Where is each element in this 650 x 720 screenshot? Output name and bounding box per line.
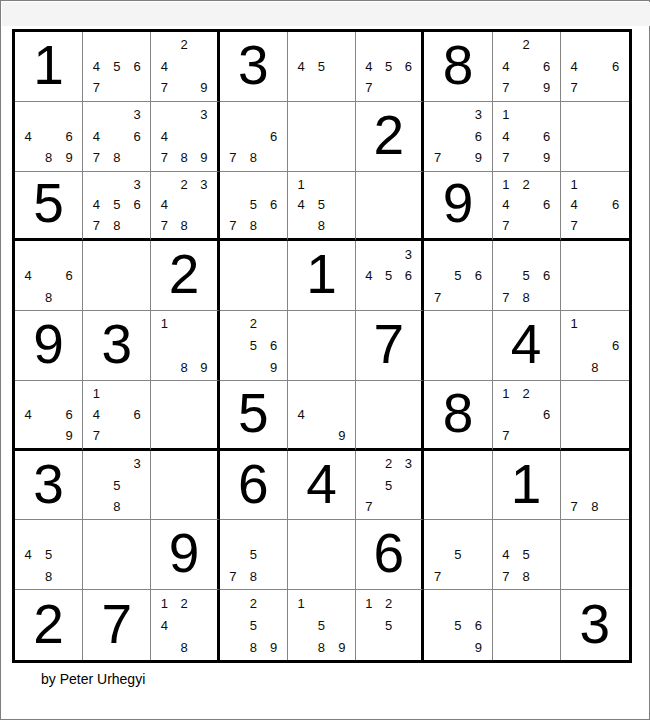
candidate-empty — [223, 313, 243, 335]
candidate-empty — [311, 522, 331, 544]
candidate-8: 8 — [174, 636, 194, 658]
candidate-empty — [174, 313, 194, 335]
cell-r2c2[interactable]: 34678 — [83, 102, 151, 172]
candidate-6: 6 — [263, 194, 283, 215]
candidate-empty — [174, 56, 194, 78]
pencil-marks: 14679 — [496, 104, 557, 169]
cell-r7c7[interactable] — [424, 451, 492, 521]
candidate-7: 7 — [427, 287, 447, 309]
candidate-empty — [359, 453, 379, 475]
cell-r1c7[interactable]: 8 — [424, 32, 492, 102]
candidate-empty — [585, 313, 606, 335]
candidate-empty — [174, 614, 194, 636]
candidate-9: 9 — [263, 356, 283, 378]
given-digit: 2 — [33, 597, 64, 652]
candidate-4: 4 — [359, 265, 379, 287]
candidate-empty — [399, 404, 419, 425]
candidate-empty — [448, 453, 468, 475]
candidate-5: 5 — [243, 614, 263, 636]
pencil-marks — [223, 243, 284, 308]
candidate-empty — [194, 383, 214, 404]
given-digit: 6 — [373, 526, 404, 581]
candidate-empty — [516, 614, 536, 636]
candidate-empty — [291, 636, 311, 658]
candidate-empty — [536, 104, 556, 126]
candidate-empty — [243, 125, 263, 147]
cell-r2c6[interactable]: 2 — [356, 102, 424, 172]
candidate-empty — [379, 636, 399, 658]
pencil-marks: 2479 — [154, 34, 213, 99]
candidate-empty — [154, 474, 174, 496]
candidate-empty — [536, 614, 556, 636]
candidate-empty — [311, 592, 331, 614]
candidate-5: 5 — [243, 544, 263, 566]
candidate-empty — [585, 215, 606, 236]
candidate-5: 5 — [243, 194, 263, 215]
candidate-empty — [585, 77, 606, 99]
candidate-empty — [263, 566, 283, 588]
candidate-empty — [468, 356, 488, 378]
candidate-2: 2 — [174, 174, 194, 195]
candidate-empty — [86, 243, 106, 265]
candidate-empty — [605, 215, 626, 236]
cell-r5c8[interactable]: 4 — [493, 311, 561, 381]
candidate-5: 5 — [311, 56, 331, 78]
candidate-empty — [605, 356, 626, 378]
cell-r2c3[interactable]: 34789 — [151, 102, 219, 172]
cell-r7c4[interactable]: 6 — [220, 451, 288, 521]
candidate-8: 8 — [585, 496, 606, 518]
candidate-empty — [359, 383, 379, 404]
candidate-empty — [468, 496, 488, 518]
candidate-empty — [127, 566, 147, 588]
cell-r9c2[interactable]: 7 — [83, 590, 151, 660]
cell-r7c1[interactable]: 3 — [15, 451, 83, 521]
candidate-8: 8 — [585, 356, 606, 378]
candidate-empty — [332, 544, 352, 566]
candidate-empty — [311, 425, 331, 446]
cell-r8c2[interactable] — [83, 520, 151, 590]
candidate-empty — [263, 522, 283, 544]
candidate-empty — [448, 104, 468, 126]
candidate-empty — [332, 592, 352, 614]
candidate-4: 4 — [18, 404, 38, 425]
candidate-7: 7 — [86, 425, 106, 446]
cell-r7c9[interactable]: 78 — [561, 451, 629, 521]
candidate-empty — [332, 174, 352, 195]
candidate-empty — [399, 425, 419, 446]
candidate-empty — [59, 243, 79, 265]
cell-r8c6[interactable]: 6 — [356, 520, 424, 590]
candidate-empty — [399, 614, 419, 636]
candidate-empty — [516, 404, 536, 425]
candidate-empty — [154, 453, 174, 475]
candidate-empty — [107, 287, 127, 309]
cell-r4c2[interactable] — [83, 241, 151, 311]
candidate-9: 9 — [194, 147, 214, 169]
candidate-empty — [427, 243, 447, 265]
given-digit: 5 — [238, 386, 269, 441]
pencil-marks: 2569 — [223, 313, 284, 378]
candidate-8: 8 — [38, 147, 58, 169]
candidate-empty — [311, 77, 331, 99]
candidate-empty — [291, 125, 311, 147]
candidate-empty — [174, 425, 194, 446]
candidate-3: 3 — [127, 174, 147, 195]
cell-r6c6[interactable] — [356, 381, 424, 451]
candidate-empty — [332, 104, 352, 126]
pencil-marks — [154, 383, 213, 446]
candidate-7: 7 — [496, 287, 516, 309]
candidate-empty — [379, 383, 399, 404]
candidate-empty — [536, 243, 556, 265]
candidate-empty — [448, 287, 468, 309]
candidate-6: 6 — [263, 125, 283, 147]
cell-r2c4[interactable]: 678 — [220, 102, 288, 172]
cell-r1c1[interactable]: 1 — [15, 32, 83, 102]
cell-r2c5[interactable] — [288, 102, 356, 172]
candidate-empty — [291, 335, 311, 357]
cell-r8c9[interactable] — [561, 520, 629, 590]
candidate-empty — [564, 383, 585, 404]
given-digit: 7 — [102, 597, 133, 652]
cell-r3c2[interactable]: 345678 — [83, 172, 151, 242]
candidate-empty — [86, 265, 106, 287]
candidate-6: 6 — [605, 56, 626, 78]
candidate-empty — [332, 356, 352, 378]
cell-r5c9[interactable]: 168 — [561, 311, 629, 381]
cell-r5c5[interactable] — [288, 311, 356, 381]
candidate-4: 4 — [564, 56, 585, 78]
candidate-empty — [18, 104, 38, 126]
candidate-empty — [516, 215, 536, 236]
pencil-marks — [291, 522, 352, 587]
candidate-5: 5 — [107, 474, 127, 496]
candidate-empty — [291, 215, 311, 236]
given-digit: 9 — [169, 526, 200, 581]
candidate-empty — [564, 356, 585, 378]
cell-r8c8[interactable]: 4578 — [493, 520, 561, 590]
candidate-empty — [263, 265, 283, 287]
candidate-9: 9 — [194, 356, 214, 378]
candidate-empty — [496, 636, 516, 658]
cell-r6c9[interactable] — [561, 381, 629, 451]
candidate-6: 6 — [468, 125, 488, 147]
candidate-empty — [154, 496, 174, 518]
candidate-empty — [359, 404, 379, 425]
candidate-2: 2 — [243, 592, 263, 614]
candidate-empty — [427, 265, 447, 287]
candidate-empty — [291, 425, 311, 446]
cell-r6c3[interactable] — [151, 381, 219, 451]
pencil-marks: 1589 — [291, 592, 352, 658]
cell-r3c4[interactable]: 5678 — [220, 172, 288, 242]
candidate-empty — [86, 496, 106, 518]
cell-r1c4[interactable]: 3 — [220, 32, 288, 102]
cell-r4c7[interactable]: 567 — [424, 241, 492, 311]
candidate-empty — [496, 265, 516, 287]
candidate-empty — [605, 243, 626, 265]
cell-r6c7[interactable]: 8 — [424, 381, 492, 451]
cell-r9c9[interactable]: 3 — [561, 590, 629, 660]
cell-r4c8[interactable]: 5678 — [493, 241, 561, 311]
cell-r2c8[interactable]: 14679 — [493, 102, 561, 172]
cell-r7c5[interactable]: 4 — [288, 451, 356, 521]
candidate-empty — [38, 425, 58, 446]
candidate-empty — [564, 544, 585, 566]
candidate-empty — [38, 104, 58, 126]
candidate-empty — [311, 125, 331, 147]
candidate-empty — [311, 335, 331, 357]
candidate-empty — [605, 125, 626, 147]
candidate-empty — [174, 474, 194, 496]
candidate-empty — [585, 56, 606, 78]
candidate-2: 2 — [243, 313, 263, 335]
cell-r8c4[interactable]: 578 — [220, 520, 288, 590]
candidate-empty — [359, 287, 379, 309]
cell-r4c4[interactable] — [220, 241, 288, 311]
candidate-8: 8 — [38, 287, 58, 309]
given-digit: 4 — [306, 457, 337, 512]
cell-r6c1[interactable]: 469 — [15, 381, 83, 451]
pencil-marks: 3679 — [427, 104, 488, 169]
candidate-empty — [18, 522, 38, 544]
cell-r4c9[interactable] — [561, 241, 629, 311]
given-digit: 9 — [33, 317, 64, 372]
candidate-empty — [585, 453, 606, 475]
candidate-5: 5 — [38, 544, 58, 566]
cell-r3c5[interactable]: 1458 — [288, 172, 356, 242]
candidate-empty — [585, 265, 606, 287]
candidate-2: 2 — [174, 34, 194, 56]
candidate-1: 1 — [496, 104, 516, 126]
candidate-empty — [448, 592, 468, 614]
candidate-empty — [564, 287, 585, 309]
cell-r4c6[interactable]: 3456 — [356, 241, 424, 311]
candidate-5: 5 — [311, 614, 331, 636]
cell-r5c1[interactable]: 9 — [15, 311, 83, 381]
cell-r9c4[interactable]: 2589 — [220, 590, 288, 660]
cell-r3c1[interactable]: 5 — [15, 172, 83, 242]
candidate-empty — [605, 287, 626, 309]
candidate-empty — [291, 77, 311, 99]
candidate-8: 8 — [311, 636, 331, 658]
candidate-empty — [564, 425, 585, 446]
pencil-marks: 125 — [359, 592, 418, 658]
candidate-empty — [127, 383, 147, 404]
cell-r2c9[interactable] — [561, 102, 629, 172]
candidate-empty — [448, 356, 468, 378]
candidate-6: 6 — [127, 56, 147, 78]
candidate-empty — [263, 313, 283, 335]
cell-r5c2[interactable]: 3 — [83, 311, 151, 381]
cell-r8c5[interactable] — [288, 520, 356, 590]
candidate-empty — [585, 287, 606, 309]
candidate-empty — [379, 174, 399, 195]
cell-r4c3[interactable]: 2 — [151, 241, 219, 311]
candidate-empty — [127, 243, 147, 265]
cell-r4c1[interactable]: 468 — [15, 241, 83, 311]
pencil-marks — [291, 104, 352, 169]
cell-r6c8[interactable]: 1267 — [493, 381, 561, 451]
candidate-empty — [379, 496, 399, 518]
candidate-empty — [127, 287, 147, 309]
cell-r1c8[interactable]: 24679 — [493, 32, 561, 102]
candidate-7: 7 — [427, 566, 447, 588]
cell-r1c5[interactable]: 45 — [288, 32, 356, 102]
candidate-empty — [564, 453, 585, 475]
pencil-marks: 345678 — [86, 174, 147, 237]
cell-r2c1[interactable]: 4689 — [15, 102, 83, 172]
cell-r6c2[interactable]: 1467 — [83, 381, 151, 451]
candidate-empty — [194, 194, 214, 215]
candidate-empty — [154, 404, 174, 425]
cell-r5c6[interactable]: 7 — [356, 311, 424, 381]
candidate-empty — [536, 522, 556, 544]
candidate-empty — [585, 243, 606, 265]
cell-r3c7[interactable]: 9 — [424, 172, 492, 242]
candidate-empty — [332, 566, 352, 588]
cell-r1c9[interactable]: 467 — [561, 32, 629, 102]
candidate-empty — [605, 453, 626, 475]
cell-r9c5[interactable]: 1589 — [288, 590, 356, 660]
given-digit: 9 — [443, 176, 474, 231]
cell-r1c6[interactable]: 4567 — [356, 32, 424, 102]
candidate-empty — [59, 566, 79, 588]
candidate-empty — [332, 56, 352, 78]
cell-r6c5[interactable]: 49 — [288, 381, 356, 451]
cell-r1c2[interactable]: 4567 — [83, 32, 151, 102]
candidate-2: 2 — [516, 34, 536, 56]
candidate-7: 7 — [564, 496, 585, 518]
cell-r1c3[interactable]: 2479 — [151, 32, 219, 102]
candidate-3: 3 — [127, 104, 147, 126]
candidate-5: 5 — [448, 544, 468, 566]
pencil-marks — [564, 383, 626, 446]
candidate-4: 4 — [496, 544, 516, 566]
candidate-empty — [174, 335, 194, 357]
candidate-empty — [379, 215, 399, 236]
candidate-empty — [536, 592, 556, 614]
candidate-empty — [107, 425, 127, 446]
candidate-empty — [585, 147, 606, 169]
candidate-empty — [359, 194, 379, 215]
candidate-4: 4 — [154, 56, 174, 78]
candidate-empty — [468, 453, 488, 475]
pencil-marks: 57 — [427, 522, 488, 587]
cell-r5c4[interactable]: 2569 — [220, 311, 288, 381]
candidate-empty — [311, 404, 331, 425]
candidate-empty — [448, 566, 468, 588]
cell-r9c6[interactable]: 125 — [356, 590, 424, 660]
top-strip — [2, 2, 650, 26]
candidate-empty — [399, 496, 419, 518]
candidate-empty — [448, 125, 468, 147]
pencil-marks — [427, 453, 488, 518]
cell-r9c7[interactable]: 569 — [424, 590, 492, 660]
candidate-2: 2 — [516, 383, 536, 404]
candidate-empty — [605, 77, 626, 99]
cell-r9c3[interactable]: 1248 — [151, 590, 219, 660]
candidate-empty — [359, 474, 379, 496]
candidate-empty — [107, 174, 127, 195]
candidate-empty — [174, 383, 194, 404]
candidate-6: 6 — [263, 335, 283, 357]
candidate-empty — [194, 636, 214, 658]
cell-r7c8[interactable]: 1 — [493, 451, 561, 521]
candidate-empty — [107, 34, 127, 56]
candidate-9: 9 — [59, 147, 79, 169]
pencil-marks: 1458 — [291, 174, 352, 237]
candidate-empty — [359, 174, 379, 195]
candidate-empty — [86, 453, 106, 475]
cell-r8c3[interactable]: 9 — [151, 520, 219, 590]
candidate-empty — [194, 34, 214, 56]
pencil-marks — [496, 592, 557, 658]
candidate-empty — [448, 496, 468, 518]
candidate-empty — [107, 404, 127, 425]
candidate-empty — [194, 496, 214, 518]
cell-r7c2[interactable]: 358 — [83, 451, 151, 521]
pencil-marks — [86, 522, 147, 587]
cell-r4c5[interactable]: 1 — [288, 241, 356, 311]
pencil-marks: 49 — [291, 383, 352, 446]
cell-r7c3[interactable] — [151, 451, 219, 521]
cell-r3c8[interactable]: 12467 — [493, 172, 561, 242]
candidate-empty — [194, 313, 214, 335]
cell-r9c1[interactable]: 2 — [15, 590, 83, 660]
candidate-empty — [59, 544, 79, 566]
cell-r3c6[interactable] — [356, 172, 424, 242]
given-digit: 3 — [102, 317, 133, 372]
candidate-empty — [332, 147, 352, 169]
candidate-7: 7 — [496, 215, 516, 236]
candidate-empty — [605, 34, 626, 56]
candidate-empty — [86, 174, 106, 195]
given-digit: 2 — [169, 247, 200, 302]
candidate-empty — [18, 243, 38, 265]
candidate-6: 6 — [536, 404, 556, 425]
candidate-5: 5 — [379, 265, 399, 287]
cell-r6c4[interactable]: 5 — [220, 381, 288, 451]
pencil-marks: 1467 — [86, 383, 147, 446]
cell-r5c3[interactable]: 189 — [151, 311, 219, 381]
pencil-marks: 1467 — [564, 174, 626, 237]
candidate-4: 4 — [291, 194, 311, 215]
candidate-empty — [194, 125, 214, 147]
cell-r8c7[interactable]: 57 — [424, 520, 492, 590]
candidate-empty — [243, 522, 263, 544]
candidate-empty — [107, 544, 127, 566]
cell-r3c9[interactable]: 1467 — [561, 172, 629, 242]
cell-r5c7[interactable] — [424, 311, 492, 381]
candidate-empty — [496, 614, 516, 636]
cell-r7c6[interactable]: 2357 — [356, 451, 424, 521]
candidate-8: 8 — [311, 215, 331, 236]
candidate-empty — [399, 194, 419, 215]
given-digit: 3 — [580, 597, 611, 652]
candidate-empty — [174, 453, 194, 475]
cell-r2c7[interactable]: 3679 — [424, 102, 492, 172]
cell-r9c8[interactable] — [493, 590, 561, 660]
cell-r8c1[interactable]: 458 — [15, 520, 83, 590]
candidate-empty — [399, 215, 419, 236]
candidate-7: 7 — [86, 77, 106, 99]
cell-r3c3[interactable]: 23478 — [151, 172, 219, 242]
candidate-empty — [605, 522, 626, 544]
candidate-empty — [427, 614, 447, 636]
candidate-5: 5 — [516, 544, 536, 566]
